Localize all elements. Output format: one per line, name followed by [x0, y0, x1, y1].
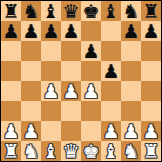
square-g1[interactable]: ♞	[121, 141, 141, 161]
square-g4[interactable]	[121, 81, 141, 101]
square-e4[interactable]: ♟	[81, 81, 101, 101]
black-pawn: ♟	[42, 21, 59, 41]
white-king: ♚	[82, 141, 99, 161]
square-c5[interactable]	[41, 61, 61, 81]
square-h2[interactable]: ♟	[141, 121, 161, 141]
square-c1[interactable]: ♝	[41, 141, 61, 161]
black-bishop: ♝	[42, 1, 59, 21]
square-h5[interactable]	[141, 61, 161, 81]
square-b1[interactable]: ♞	[21, 141, 41, 161]
square-g7[interactable]: ♟	[121, 21, 141, 41]
white-pawn: ♟	[62, 81, 79, 101]
square-h1[interactable]: ♜	[141, 141, 161, 161]
square-b3[interactable]	[21, 101, 41, 121]
square-e8[interactable]: ♚	[81, 1, 101, 21]
white-knight: ♞	[122, 141, 139, 161]
square-g8[interactable]: ♞	[121, 1, 141, 21]
square-e7[interactable]	[81, 21, 101, 41]
square-a1[interactable]: ♜	[1, 141, 21, 161]
black-rook: ♜	[142, 1, 159, 21]
white-pawn: ♟	[122, 121, 139, 141]
square-g6[interactable]	[121, 41, 141, 61]
square-a6[interactable]	[1, 41, 21, 61]
square-c2[interactable]	[41, 121, 61, 141]
square-c7[interactable]: ♟	[41, 21, 61, 41]
white-pawn: ♟	[142, 121, 159, 141]
square-f3[interactable]	[101, 101, 121, 121]
black-knight: ♞	[22, 1, 39, 21]
square-e5[interactable]	[81, 61, 101, 81]
square-b2[interactable]: ♟	[21, 121, 41, 141]
black-pawn: ♟	[122, 21, 139, 41]
white-rook: ♜	[142, 141, 159, 161]
black-pawn: ♟	[142, 21, 159, 41]
white-pawn: ♟	[22, 121, 39, 141]
board-frame: ♜♞♝♛♚♝♞♜♟♟♟♟♟♟♟♟♟♟♟♟♟♟♟♟♜♞♝♛♚♝♞♜	[0, 0, 162, 162]
square-d4[interactable]: ♟	[61, 81, 81, 101]
square-f1[interactable]: ♝	[101, 141, 121, 161]
black-rook: ♜	[2, 1, 19, 21]
square-b4[interactable]	[21, 81, 41, 101]
black-pawn: ♟	[2, 21, 19, 41]
black-pawn: ♟	[82, 41, 99, 61]
square-h8[interactable]: ♜	[141, 1, 161, 21]
square-e2[interactable]	[81, 121, 101, 141]
square-a5[interactable]	[1, 61, 21, 81]
square-c8[interactable]: ♝	[41, 1, 61, 21]
black-bishop: ♝	[102, 1, 119, 21]
square-b7[interactable]: ♟	[21, 21, 41, 41]
white-queen: ♛	[62, 141, 79, 161]
white-pawn: ♟	[82, 81, 99, 101]
square-h3[interactable]	[141, 101, 161, 121]
square-d5[interactable]	[61, 61, 81, 81]
white-pawn: ♟	[2, 121, 19, 141]
black-pawn: ♟	[102, 61, 119, 81]
square-b8[interactable]: ♞	[21, 1, 41, 21]
square-d6[interactable]	[61, 41, 81, 61]
white-bishop: ♝	[42, 141, 59, 161]
square-f7[interactable]	[101, 21, 121, 41]
square-e1[interactable]: ♚	[81, 141, 101, 161]
square-f5[interactable]: ♟	[101, 61, 121, 81]
white-rook: ♜	[2, 141, 19, 161]
square-c3[interactable]	[41, 101, 61, 121]
square-a4[interactable]	[1, 81, 21, 101]
square-h6[interactable]	[141, 41, 161, 61]
square-d1[interactable]: ♛	[61, 141, 81, 161]
square-e3[interactable]	[81, 101, 101, 121]
square-d7[interactable]: ♟	[61, 21, 81, 41]
black-pawn: ♟	[62, 21, 79, 41]
black-knight: ♞	[122, 1, 139, 21]
square-a3[interactable]	[1, 101, 21, 121]
square-h4[interactable]	[141, 81, 161, 101]
square-d3[interactable]	[61, 101, 81, 121]
square-f6[interactable]	[101, 41, 121, 61]
square-f2[interactable]: ♟	[101, 121, 121, 141]
square-g5[interactable]	[121, 61, 141, 81]
black-queen: ♛	[62, 1, 79, 21]
square-d2[interactable]	[61, 121, 81, 141]
black-king: ♚	[82, 1, 99, 21]
square-g3[interactable]	[121, 101, 141, 121]
square-h7[interactable]: ♟	[141, 21, 161, 41]
white-pawn: ♟	[102, 121, 119, 141]
black-pawn: ♟	[22, 21, 39, 41]
white-bishop: ♝	[102, 141, 119, 161]
square-a2[interactable]: ♟	[1, 121, 21, 141]
square-e6[interactable]: ♟	[81, 41, 101, 61]
square-c4[interactable]: ♟	[41, 81, 61, 101]
square-a8[interactable]: ♜	[1, 1, 21, 21]
square-b5[interactable]	[21, 61, 41, 81]
square-b6[interactable]	[21, 41, 41, 61]
square-f8[interactable]: ♝	[101, 1, 121, 21]
chess-board: ♜♞♝♛♚♝♞♜♟♟♟♟♟♟♟♟♟♟♟♟♟♟♟♟♜♞♝♛♚♝♞♜	[1, 1, 161, 161]
square-g2[interactable]: ♟	[121, 121, 141, 141]
square-f4[interactable]	[101, 81, 121, 101]
square-c6[interactable]	[41, 41, 61, 61]
white-knight: ♞	[22, 141, 39, 161]
white-pawn: ♟	[42, 81, 59, 101]
square-a7[interactable]: ♟	[1, 21, 21, 41]
square-d8[interactable]: ♛	[61, 1, 81, 21]
